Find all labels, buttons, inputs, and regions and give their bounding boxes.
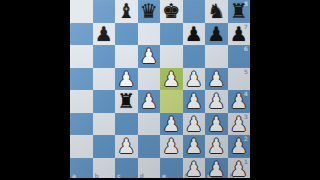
square-f8[interactable] [183, 0, 206, 23]
square-e3[interactable]: ♟ [160, 113, 183, 136]
white-pawn[interactable]: ♟ [138, 45, 161, 68]
square-f6[interactable] [183, 45, 206, 68]
square-c7[interactable] [115, 23, 138, 46]
video-frame: ♝♛♚♞8♜♟♟♟7♟♟6♟♟♟♟5♜♟♟♟4♟♟♟♟3♟♟♟♟♟2♟abcde… [0, 0, 320, 180]
black-rook[interactable]: ♜ [228, 0, 251, 23]
square-a8[interactable] [70, 0, 93, 23]
white-pawn[interactable]: ♟ [183, 113, 206, 136]
white-pawn[interactable]: ♟ [183, 135, 206, 158]
square-d3[interactable] [138, 113, 161, 136]
square-g6[interactable] [205, 45, 228, 68]
square-a2[interactable] [70, 135, 93, 158]
square-h8[interactable]: 8♜ [228, 0, 251, 23]
square-e2[interactable]: ♟ [160, 135, 183, 158]
white-pawn[interactable]: ♟ [205, 135, 228, 158]
white-pawn[interactable]: ♟ [160, 113, 183, 136]
square-f2[interactable]: ♟ [183, 135, 206, 158]
square-d2[interactable] [138, 135, 161, 158]
white-pawn[interactable]: ♟ [205, 90, 228, 113]
square-c3[interactable] [115, 113, 138, 136]
square-a4[interactable] [70, 90, 93, 113]
white-pawn[interactable]: ♟ [205, 158, 228, 179]
square-d1[interactable]: d [138, 158, 161, 179]
square-h3[interactable]: 3♟ [228, 113, 251, 136]
white-pawn[interactable]: ♟ [183, 90, 206, 113]
black-rook[interactable]: ♜ [115, 90, 138, 113]
square-g1[interactable]: g♟ [205, 158, 228, 179]
white-pawn[interactable]: ♟ [228, 158, 251, 179]
square-b8[interactable] [93, 0, 116, 23]
square-c4[interactable]: ♜ [115, 90, 138, 113]
black-pawn[interactable]: ♟ [93, 23, 116, 46]
square-a7[interactable] [70, 23, 93, 46]
square-a5[interactable] [70, 68, 93, 91]
square-b1[interactable]: b [93, 158, 116, 179]
square-g4[interactable]: ♟ [205, 90, 228, 113]
chess-board[interactable]: ♝♛♚♞8♜♟♟♟7♟♟6♟♟♟♟5♜♟♟♟4♟♟♟♟3♟♟♟♟♟2♟abcde… [70, 0, 250, 178]
square-h6[interactable]: 6 [228, 45, 251, 68]
black-knight[interactable]: ♞ [205, 0, 228, 23]
square-e5[interactable]: ♟ [160, 68, 183, 91]
square-e7[interactable] [160, 23, 183, 46]
black-bishop[interactable]: ♝ [115, 0, 138, 23]
square-e4[interactable] [160, 90, 183, 113]
square-a3[interactable] [70, 113, 93, 136]
square-c6[interactable] [115, 45, 138, 68]
square-d5[interactable] [138, 68, 161, 91]
square-a1[interactable]: a [70, 158, 93, 179]
square-f7[interactable]: ♟ [183, 23, 206, 46]
square-h5[interactable]: 5 [228, 68, 251, 91]
square-e8[interactable]: ♚ [160, 0, 183, 23]
square-c1[interactable]: c [115, 158, 138, 179]
black-queen[interactable]: ♛ [138, 0, 161, 23]
square-h1[interactable]: 1h♟ [228, 158, 251, 179]
square-c2[interactable]: ♟ [115, 135, 138, 158]
white-pawn[interactable]: ♟ [183, 158, 206, 179]
square-d7[interactable] [138, 23, 161, 46]
square-b5[interactable] [93, 68, 116, 91]
square-b3[interactable] [93, 113, 116, 136]
square-e6[interactable] [160, 45, 183, 68]
file-label-b: b [95, 173, 99, 178]
square-c5[interactable]: ♟ [115, 68, 138, 91]
white-pawn[interactable]: ♟ [205, 68, 228, 91]
file-label-e: e [162, 173, 166, 178]
file-label-c: c [117, 173, 121, 178]
square-b4[interactable] [93, 90, 116, 113]
square-d8[interactable]: ♛ [138, 0, 161, 23]
file-label-a: a [72, 173, 76, 178]
square-g8[interactable]: ♞ [205, 0, 228, 23]
square-c8[interactable]: ♝ [115, 0, 138, 23]
white-pawn[interactable]: ♟ [115, 68, 138, 91]
white-pawn[interactable]: ♟ [183, 68, 206, 91]
square-d6[interactable]: ♟ [138, 45, 161, 68]
white-pawn[interactable]: ♟ [205, 113, 228, 136]
white-pawn[interactable]: ♟ [138, 90, 161, 113]
letterbox-right [250, 0, 320, 180]
square-a6[interactable] [70, 45, 93, 68]
black-pawn[interactable]: ♟ [228, 23, 251, 46]
square-f4[interactable]: ♟ [183, 90, 206, 113]
square-f3[interactable]: ♟ [183, 113, 206, 136]
rank-label-6: 6 [244, 46, 248, 52]
square-f1[interactable]: f♟ [183, 158, 206, 179]
square-b2[interactable] [93, 135, 116, 158]
white-pawn[interactable]: ♟ [228, 135, 251, 158]
file-label-d: d [140, 173, 144, 178]
black-king[interactable]: ♚ [160, 0, 183, 23]
square-e1[interactable]: e [160, 158, 183, 179]
white-pawn[interactable]: ♟ [228, 90, 251, 113]
white-pawn[interactable]: ♟ [160, 135, 183, 158]
square-g3[interactable]: ♟ [205, 113, 228, 136]
white-pawn[interactable]: ♟ [160, 68, 183, 91]
square-h7[interactable]: 7♟ [228, 23, 251, 46]
square-b6[interactable] [93, 45, 116, 68]
square-h2[interactable]: 2♟ [228, 135, 251, 158]
white-pawn[interactable]: ♟ [228, 113, 251, 136]
square-g7[interactable]: ♟ [205, 23, 228, 46]
square-d4[interactable]: ♟ [138, 90, 161, 113]
square-b7[interactable]: ♟ [93, 23, 116, 46]
letterbox-left [0, 0, 70, 180]
square-g5[interactable]: ♟ [205, 68, 228, 91]
black-pawn[interactable]: ♟ [183, 23, 206, 46]
square-h4[interactable]: 4♟ [228, 90, 251, 113]
rank-label-5: 5 [244, 69, 248, 75]
square-g2[interactable]: ♟ [205, 135, 228, 158]
black-pawn[interactable]: ♟ [205, 23, 228, 46]
square-f5[interactable]: ♟ [183, 68, 206, 91]
white-pawn[interactable]: ♟ [115, 135, 138, 158]
